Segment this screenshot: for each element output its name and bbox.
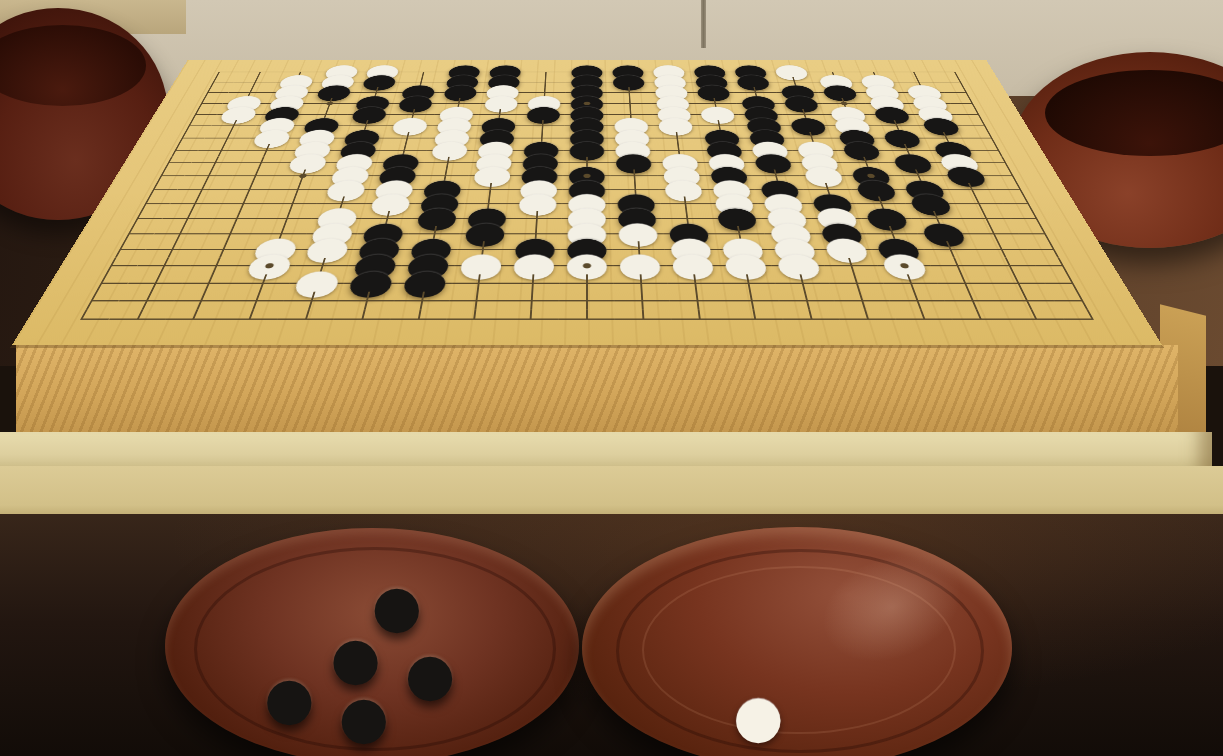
board-cell[interactable]	[89, 242, 150, 258]
board-cell[interactable]	[265, 197, 319, 211]
board-cell[interactable]	[383, 132, 431, 144]
board-cell[interactable]	[949, 310, 1013, 329]
board-cell[interactable]: ●	[220, 98, 268, 109]
board-cell[interactable]: ●	[346, 109, 393, 120]
board-cell[interactable]: ●	[828, 120, 877, 132]
board-cell[interactable]	[523, 87, 566, 98]
board-cell[interactable]	[1000, 197, 1057, 211]
board-cell[interactable]	[156, 132, 208, 144]
board-cell[interactable]: ●	[612, 226, 664, 242]
board-cell[interactable]: ●	[357, 77, 402, 87]
board-cell[interactable]	[170, 109, 220, 120]
board-cell[interactable]	[614, 292, 670, 310]
board-cell[interactable]	[108, 211, 166, 226]
board-cell[interactable]: ●	[612, 211, 663, 226]
board-cell[interactable]: ●	[461, 211, 513, 226]
board-cell[interactable]	[209, 211, 265, 226]
board-cell[interactable]: ●	[565, 98, 608, 109]
board-cell[interactable]	[420, 169, 470, 182]
board-cell[interactable]	[114, 292, 178, 310]
board-cell[interactable]: ●	[565, 120, 610, 132]
board-cell[interactable]	[99, 226, 159, 242]
board-cell[interactable]: ●	[411, 211, 464, 226]
board-cell[interactable]	[69, 274, 133, 291]
board-cell[interactable]: ●	[428, 132, 475, 144]
board-cell[interactable]: ●	[818, 242, 875, 258]
board-cell[interactable]: ●	[214, 109, 263, 120]
board-cell[interactable]	[1016, 226, 1076, 242]
board-cell[interactable]: ●	[563, 169, 611, 182]
board-cell[interactable]: ●	[770, 258, 827, 275]
board-cell[interactable]	[117, 197, 174, 211]
board-cell[interactable]	[667, 274, 723, 291]
board-cell[interactable]: ●	[702, 156, 751, 169]
board-cell[interactable]: ●	[814, 226, 870, 242]
board-cell[interactable]: ●	[648, 67, 690, 77]
board-cell[interactable]: ●	[376, 156, 426, 169]
board-cell[interactable]: ●	[474, 132, 520, 144]
board-cell[interactable]: ●	[287, 274, 346, 291]
board-cell[interactable]: ●	[729, 67, 772, 77]
board-cell[interactable]: ●	[372, 169, 423, 182]
board-cell[interactable]	[504, 292, 560, 310]
board-cell[interactable]	[932, 67, 978, 77]
board-cell[interactable]: ●	[855, 77, 901, 87]
board-cell[interactable]: ●	[564, 132, 609, 144]
board-cell[interactable]: ●	[507, 258, 561, 275]
board-cell[interactable]: ●	[903, 197, 958, 211]
board-cell[interactable]: ●	[906, 98, 954, 109]
board-cell[interactable]: ●	[887, 156, 939, 169]
board-cell[interactable]	[195, 144, 247, 157]
board-cell[interactable]: ●	[916, 120, 966, 132]
board-cell[interactable]: ●	[453, 258, 508, 275]
board-cell[interactable]: ●	[769, 67, 813, 77]
board-cell[interactable]: ●	[459, 226, 512, 242]
board-cell[interactable]	[832, 292, 893, 310]
board-cell[interactable]: ●	[794, 156, 845, 169]
board-cell[interactable]: ●	[479, 98, 523, 109]
board-cell[interactable]: ●	[711, 211, 764, 226]
board-cell[interactable]	[229, 169, 282, 182]
board-cell[interactable]: ●	[863, 98, 911, 109]
board-cell[interactable]	[564, 156, 611, 169]
board-cell[interactable]	[726, 310, 786, 329]
board-cell[interactable]: ●	[652, 109, 697, 120]
board-cell[interactable]	[423, 156, 472, 169]
board-cell[interactable]	[271, 183, 324, 197]
board-cell[interactable]: ●	[775, 87, 820, 98]
board-cell[interactable]	[216, 197, 271, 211]
board-cell[interactable]: ●	[566, 87, 608, 98]
board-cell[interactable]	[222, 183, 276, 197]
board-cell[interactable]: ●	[310, 211, 365, 226]
board-cell[interactable]	[1050, 292, 1115, 310]
board-cell[interactable]	[380, 144, 429, 157]
board-cell[interactable]: ●	[832, 132, 881, 144]
board-cell[interactable]	[921, 132, 972, 144]
board-cell[interactable]: ●	[476, 120, 522, 132]
board-cell[interactable]	[996, 292, 1060, 310]
board-cell[interactable]: ●	[611, 197, 661, 211]
board-cell[interactable]: ●	[561, 242, 613, 258]
board-cell[interactable]	[893, 310, 956, 329]
board-cell[interactable]	[608, 98, 651, 109]
board-cell[interactable]	[133, 258, 194, 275]
board-cell[interactable]	[887, 292, 949, 310]
board-cell[interactable]	[802, 183, 854, 197]
board-cell[interactable]	[331, 310, 392, 329]
board-cell[interactable]: ●	[915, 226, 973, 242]
board-cell[interactable]: ●	[472, 144, 519, 157]
board-cell[interactable]	[609, 109, 653, 120]
board-cell[interactable]	[772, 77, 817, 87]
board-cell[interactable]: ●	[666, 258, 721, 275]
board-cell[interactable]	[669, 292, 726, 310]
board-cell[interactable]: ●	[441, 77, 484, 87]
board-cell[interactable]	[388, 310, 448, 329]
board-cell[interactable]	[390, 109, 436, 120]
board-cell[interactable]	[559, 292, 615, 310]
board-cell[interactable]	[614, 274, 669, 291]
board-cell[interactable]: ●	[859, 211, 915, 226]
board-cell[interactable]: ●	[282, 156, 333, 169]
board-cell[interactable]	[80, 258, 142, 275]
board-cell[interactable]: ●	[736, 98, 782, 109]
board-cell[interactable]	[697, 120, 743, 132]
board-cell[interactable]	[965, 226, 1024, 242]
board-cell[interactable]: ●	[414, 197, 466, 211]
board-cell[interactable]: ●	[263, 98, 311, 109]
board-cell[interactable]: ●	[361, 67, 405, 77]
board-cell[interactable]	[520, 120, 565, 132]
board-cell[interactable]	[993, 183, 1049, 197]
board-cell[interactable]	[166, 197, 222, 211]
board-cell[interactable]: ●	[273, 77, 319, 87]
board-cell[interactable]: ●	[897, 183, 951, 197]
board-cell[interactable]: ●	[748, 156, 798, 169]
board-cell[interactable]: ●	[810, 211, 865, 226]
board-cell[interactable]	[59, 292, 124, 310]
board-cell[interactable]: ●	[299, 242, 356, 258]
board-cell[interactable]	[823, 258, 881, 275]
board-cell[interactable]: ●	[649, 77, 692, 87]
board-cell[interactable]: ●	[757, 197, 810, 211]
board-cell[interactable]: ●	[396, 87, 441, 98]
board-cell[interactable]	[827, 274, 886, 291]
board-cell[interactable]	[661, 211, 713, 226]
board-cell[interactable]	[945, 183, 1000, 197]
board-cell[interactable]	[402, 67, 445, 77]
board-cell[interactable]	[226, 87, 273, 98]
board-cell[interactable]: ●	[268, 87, 315, 98]
board-cell[interactable]	[253, 226, 310, 242]
board-cell[interactable]: ●	[806, 197, 860, 211]
board-cell[interactable]: ●	[607, 67, 648, 77]
board-cell[interactable]: ●	[333, 144, 383, 157]
board-cell[interactable]	[225, 292, 287, 310]
board-cell[interactable]: ●	[740, 120, 787, 132]
board-cell[interactable]	[611, 183, 660, 197]
board-cell[interactable]	[181, 169, 235, 182]
board-cell[interactable]	[237, 67, 283, 77]
board-cell[interactable]: ●	[434, 109, 480, 120]
board-cell[interactable]: ●	[927, 144, 979, 157]
board-cell[interactable]: ●	[364, 197, 417, 211]
board-cell[interactable]: ●	[292, 132, 341, 144]
board-cell[interactable]: ●	[351, 242, 407, 258]
board-cell[interactable]: ●	[877, 132, 927, 144]
board-cell[interactable]: ●	[698, 132, 745, 144]
board-cell[interactable]	[782, 310, 843, 329]
board-cell[interactable]: ●	[319, 67, 364, 77]
board-cell[interactable]	[1024, 242, 1085, 258]
board-cell[interactable]	[281, 292, 342, 310]
board-cell[interactable]	[510, 226, 562, 242]
board-cell[interactable]: ●	[760, 211, 814, 226]
board-cell[interactable]	[751, 169, 802, 182]
board-cell[interactable]	[655, 144, 702, 157]
board-cell[interactable]	[966, 132, 1018, 144]
board-cell[interactable]	[864, 226, 921, 242]
board-cell[interactable]	[723, 292, 781, 310]
board-cell[interactable]: ●	[933, 156, 986, 169]
board-cell[interactable]	[948, 98, 997, 109]
board-cell[interactable]	[881, 274, 941, 291]
board-cell[interactable]	[202, 132, 253, 144]
board-cell[interactable]	[465, 183, 515, 197]
board-cell[interactable]	[407, 226, 461, 242]
board-cell[interactable]	[149, 144, 202, 157]
board-cell[interactable]	[399, 77, 443, 87]
board-cell[interactable]	[124, 274, 187, 291]
board-cell[interactable]: ●	[609, 132, 655, 144]
board-cell[interactable]	[186, 258, 246, 275]
board-cell[interactable]: ●	[443, 67, 486, 77]
board-cell[interactable]: ●	[368, 183, 420, 197]
board-cell[interactable]: ●	[609, 120, 654, 132]
board-cell[interactable]: ●	[746, 144, 795, 157]
board-cell[interactable]	[851, 67, 896, 77]
board-cell[interactable]	[150, 226, 209, 242]
board-cell[interactable]	[613, 242, 666, 258]
board-cell[interactable]: ●	[240, 258, 299, 275]
board-cell[interactable]	[927, 258, 987, 275]
board-cell[interactable]: ●	[663, 226, 716, 242]
board-cell[interactable]: ●	[338, 132, 387, 144]
board-cell[interactable]	[302, 109, 350, 120]
board-cell[interactable]: ●	[404, 242, 459, 258]
board-cell[interactable]	[436, 98, 481, 109]
board-cell[interactable]: ●	[518, 144, 564, 157]
board-cell[interactable]	[277, 169, 329, 182]
board-cell[interactable]	[306, 98, 353, 109]
board-cell[interactable]: ●	[426, 144, 474, 157]
board-cell[interactable]	[202, 226, 260, 242]
board-cell[interactable]: ●	[664, 242, 718, 258]
board-cell[interactable]	[451, 274, 507, 291]
board-cell[interactable]: ●	[778, 98, 824, 109]
board-cell[interactable]: ●	[657, 169, 706, 182]
board-cell[interactable]: ●	[704, 169, 754, 182]
board-cell[interactable]	[986, 169, 1041, 182]
board-cell[interactable]: ●	[417, 183, 468, 197]
board-cell[interactable]	[733, 87, 778, 98]
board-cell[interactable]	[942, 87, 990, 98]
board-cell[interactable]: ●	[767, 242, 823, 258]
board-cell[interactable]	[778, 292, 838, 310]
board-cell[interactable]: ●	[784, 120, 832, 132]
board-cell[interactable]: ●	[700, 144, 748, 157]
board-cell[interactable]: ●	[438, 87, 482, 98]
board-cell[interactable]: ●	[513, 197, 563, 211]
board-cell[interactable]: ●	[613, 258, 667, 275]
board-cell[interactable]	[463, 197, 514, 211]
board-cell[interactable]	[275, 310, 337, 329]
board-cell[interactable]	[456, 242, 510, 258]
board-cell[interactable]	[241, 144, 292, 157]
board-cell[interactable]: ●	[659, 183, 709, 197]
board-cell[interactable]: ●	[653, 120, 699, 132]
board-cell[interactable]	[972, 242, 1032, 258]
board-cell[interactable]: ●	[690, 77, 733, 87]
board-cell[interactable]	[909, 211, 965, 226]
board-cell[interactable]	[259, 211, 315, 226]
board-cell[interactable]: ●	[608, 77, 650, 87]
board-cell[interactable]	[1008, 211, 1066, 226]
board-cell[interactable]: ●	[731, 77, 775, 87]
board-cell[interactable]: ●	[484, 67, 526, 77]
board-cell[interactable]: ●	[688, 67, 731, 77]
board-cell[interactable]: ●	[836, 144, 886, 157]
board-cell[interactable]: ●	[708, 197, 760, 211]
board-cell[interactable]	[988, 274, 1051, 291]
board-cell[interactable]: ●	[824, 109, 872, 120]
board-cell[interactable]: ●	[515, 169, 563, 182]
board-cell[interactable]	[194, 242, 253, 258]
board-cell[interactable]	[163, 120, 214, 132]
board-cell[interactable]: ●	[560, 258, 613, 275]
board-cell[interactable]	[141, 156, 195, 169]
board-cell[interactable]: ●	[304, 226, 360, 242]
board-cell[interactable]: ●	[754, 183, 806, 197]
board-cell[interactable]: ●	[517, 156, 564, 169]
board-cell[interactable]	[693, 98, 738, 109]
board-cell[interactable]	[142, 242, 202, 258]
board-cell[interactable]: ●	[610, 156, 657, 169]
board-cell[interactable]	[788, 132, 837, 144]
board-cell[interactable]	[278, 67, 323, 77]
board-cell[interactable]	[608, 87, 651, 98]
board-cell[interactable]	[654, 132, 700, 144]
board-cell[interactable]	[892, 169, 945, 182]
board-cell[interactable]	[174, 183, 229, 197]
board-cell[interactable]	[477, 109, 522, 120]
board-cell[interactable]	[781, 109, 828, 120]
board-cell[interactable]: ●	[564, 144, 610, 157]
board-cell[interactable]	[921, 242, 980, 258]
board-cell[interactable]	[392, 292, 450, 310]
board-cell[interactable]: ●	[347, 258, 404, 275]
board-cell[interactable]	[104, 310, 170, 329]
board-cell[interactable]	[353, 87, 398, 98]
board-cell[interactable]	[448, 292, 505, 310]
board-cell[interactable]: ●	[562, 211, 612, 226]
board-cell[interactable]: ●	[468, 169, 517, 182]
board-cell[interactable]	[133, 169, 188, 182]
board-cell[interactable]: ●	[329, 156, 380, 169]
board-cell[interactable]	[721, 274, 778, 291]
board-cell[interactable]	[841, 156, 892, 169]
board-cell[interactable]: ●	[695, 109, 741, 120]
board-cell[interactable]	[524, 77, 566, 87]
board-cell[interactable]	[342, 120, 390, 132]
board-cell[interactable]: ●	[393, 98, 439, 109]
board-cell[interactable]: ●	[396, 274, 453, 291]
board-cell[interactable]: ●	[845, 169, 897, 182]
board-cell[interactable]	[218, 310, 281, 329]
board-cell[interactable]: ●	[561, 226, 612, 242]
board-cell[interactable]: ●	[798, 169, 849, 182]
board-cell[interactable]: ●	[522, 98, 565, 109]
board-cell[interactable]: ●	[850, 183, 903, 197]
board-cell[interactable]: ●	[563, 183, 612, 197]
board-cell[interactable]: ●	[813, 77, 858, 87]
board-cell[interactable]	[891, 67, 937, 77]
board-cell[interactable]: ●	[320, 183, 372, 197]
board-cell[interactable]: ●	[859, 87, 906, 98]
board-cell[interactable]: ●	[565, 109, 609, 120]
board-cell[interactable]: ●	[650, 87, 693, 98]
board-cell[interactable]: ●	[431, 120, 477, 132]
board-cell[interactable]	[1060, 310, 1127, 329]
board-cell[interactable]: ●	[562, 197, 611, 211]
board-cell[interactable]	[47, 310, 114, 329]
board-cell[interactable]: ●	[481, 87, 524, 98]
board-cell[interactable]: ●	[350, 98, 396, 109]
board-cell[interactable]	[941, 292, 1004, 310]
board-cell[interactable]: ●	[566, 67, 607, 77]
board-cell[interactable]: ●	[718, 258, 774, 275]
board-cell[interactable]	[951, 197, 1007, 211]
board-cell[interactable]	[170, 292, 233, 310]
board-cell[interactable]: ●	[247, 132, 297, 144]
board-cell[interactable]	[235, 156, 287, 169]
board-cell[interactable]: ●	[514, 183, 563, 197]
board-cell[interactable]	[854, 197, 908, 211]
board-cell[interactable]	[810, 67, 855, 77]
board-cell[interactable]	[559, 310, 616, 329]
board-cell[interactable]: ●	[356, 226, 411, 242]
board-cell[interactable]: ●	[763, 226, 818, 242]
board-cell[interactable]	[610, 169, 658, 182]
board-cell[interactable]	[960, 120, 1011, 132]
board-cell[interactable]: ●	[939, 169, 993, 182]
board-cell[interactable]: ●	[715, 242, 770, 258]
board-cell[interactable]	[232, 77, 279, 87]
board-cell[interactable]: ●	[656, 156, 704, 169]
board-cell[interactable]	[937, 77, 984, 87]
board-cell[interactable]: ●	[508, 242, 561, 258]
board-cell[interactable]: ●	[315, 77, 360, 87]
board-cell[interactable]	[337, 292, 397, 310]
board-cell[interactable]: ●	[297, 120, 346, 132]
board-cell[interactable]: ●	[470, 156, 518, 169]
board-cell[interactable]	[980, 258, 1041, 275]
board-cell[interactable]	[445, 310, 504, 329]
board-cell[interactable]: ●	[791, 144, 841, 157]
board-cell[interactable]	[1004, 310, 1070, 329]
